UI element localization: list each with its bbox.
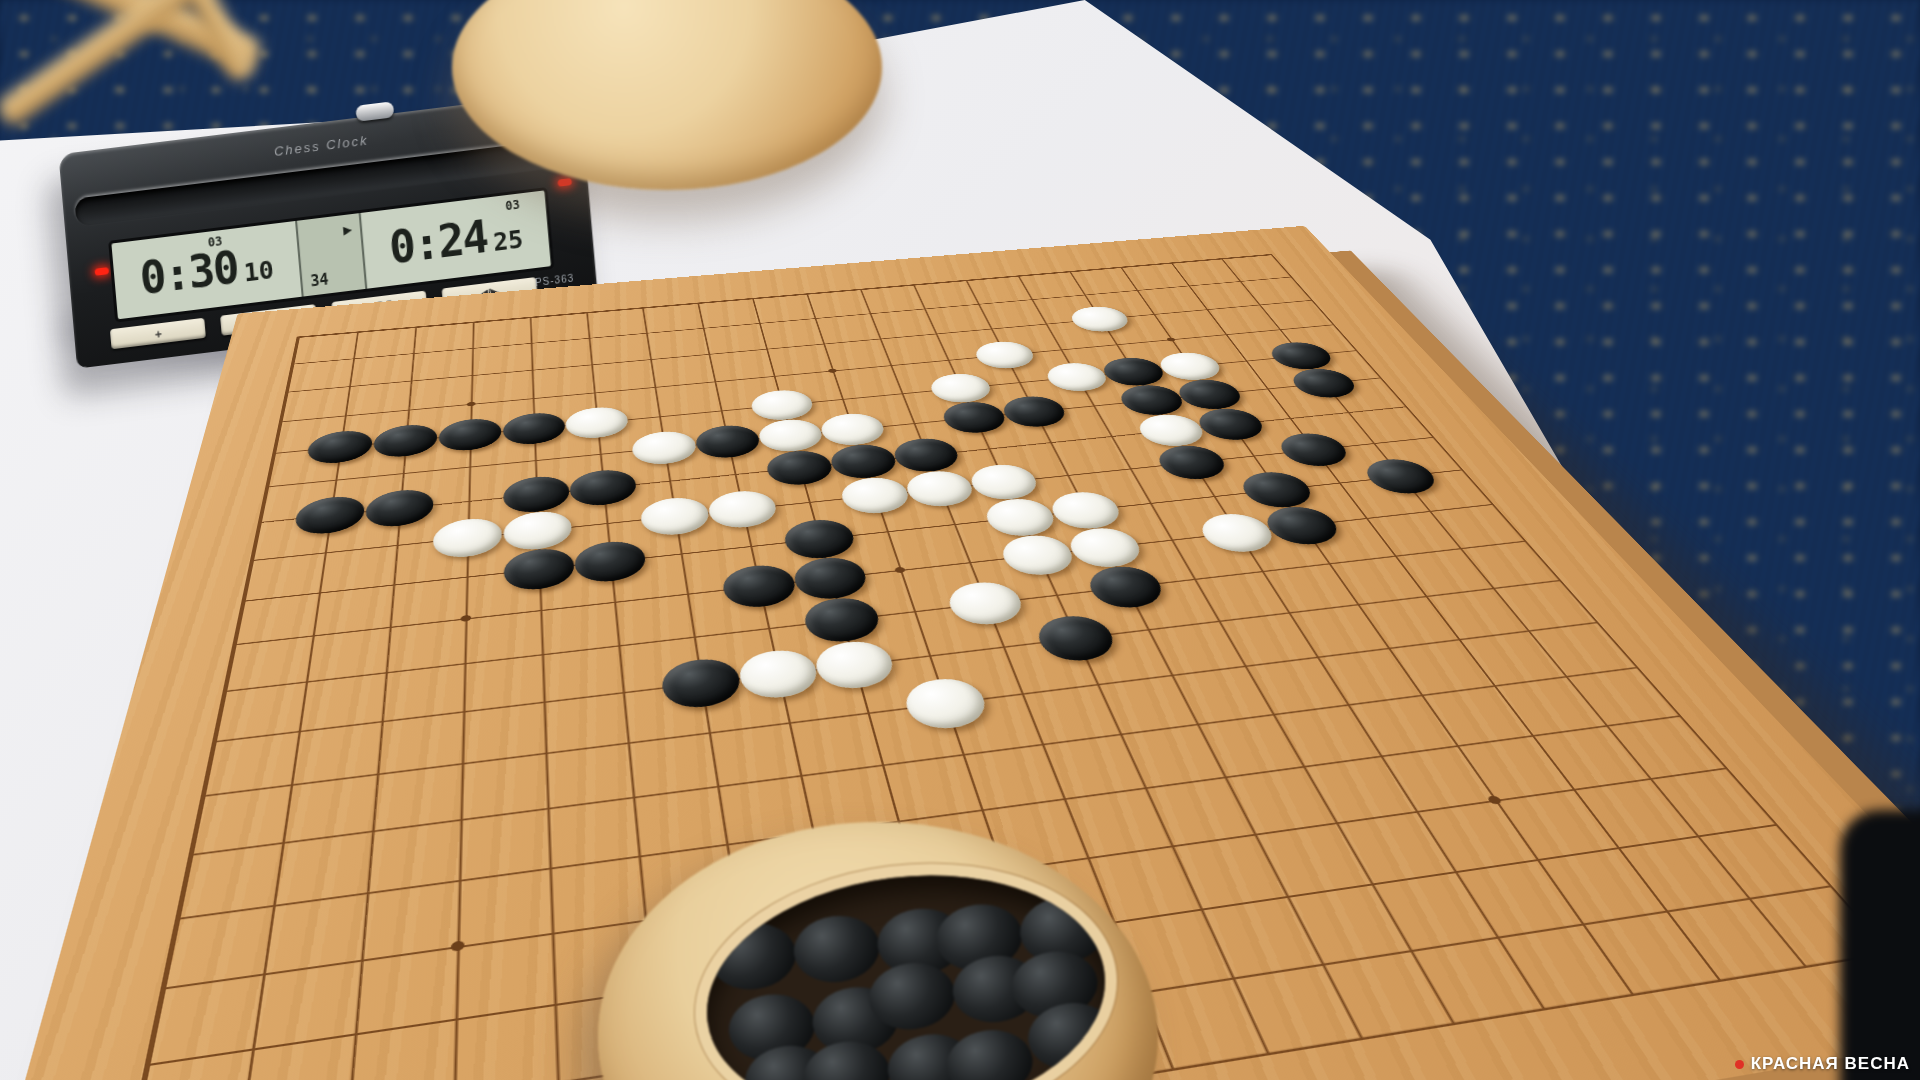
black-stone [372, 422, 438, 459]
black-stone [694, 423, 763, 460]
black-stone [889, 436, 963, 474]
white-stone [736, 647, 821, 702]
black-stone [438, 416, 502, 453]
right-time: 0:24 [387, 210, 489, 273]
black-bowl-opening [693, 854, 1119, 1080]
left-player-time-zone: 03 0:30 10 [111, 221, 301, 319]
white-stone [926, 371, 996, 405]
hoshi-point [1166, 337, 1176, 341]
move-counter: 34 [310, 270, 330, 290]
left-periods: 10 [243, 255, 275, 288]
hoshi-point [828, 368, 838, 373]
black-stone [1192, 406, 1271, 442]
white-stone [837, 475, 913, 516]
black-stone [1114, 383, 1190, 417]
white-stone [1045, 489, 1127, 531]
white-stone [1066, 305, 1135, 334]
hoshi-point [1487, 795, 1504, 805]
watermark-text: КРАСНАЯ ВЕСНА [1751, 1054, 1910, 1074]
black-stone [1152, 443, 1233, 482]
black-stone [364, 487, 435, 529]
clock-button[interactable]: ＋ [110, 318, 206, 350]
white-stone [900, 675, 992, 733]
dark-blurred-object [1840, 810, 1920, 1080]
black-stone-in-bowl [943, 1025, 1036, 1080]
black-stone [503, 474, 570, 515]
white-stone [631, 429, 699, 467]
white-stone [565, 405, 629, 441]
black-stone [764, 448, 836, 487]
black-stone [1082, 563, 1171, 611]
white-stone [706, 488, 779, 530]
black-stone [790, 555, 870, 602]
white-stone [1041, 361, 1113, 394]
black-stone [1097, 355, 1170, 387]
white-stone [432, 516, 502, 560]
watermark-red-dot-icon [1735, 1060, 1744, 1069]
black-stone [801, 595, 884, 646]
black-stone [1357, 457, 1444, 497]
black-stone [998, 394, 1072, 429]
white-stone [902, 468, 979, 509]
left-time: 0:30 [138, 241, 240, 304]
black-stone [1285, 367, 1363, 400]
watermark: КРАСНАЯ ВЕСНА [1735, 1054, 1910, 1074]
white-stone [503, 509, 573, 553]
black-stone [569, 468, 638, 509]
black-stone [503, 411, 566, 447]
hoshi-point [450, 941, 464, 953]
black-stone [574, 539, 647, 585]
white-stone [996, 532, 1080, 578]
black-stone [938, 400, 1011, 436]
black-stone [1031, 612, 1122, 664]
white-stone [817, 411, 888, 447]
black-stone [503, 546, 575, 593]
right-player-time-zone: 03 0:24 25 [361, 190, 551, 288]
hoshi-point [460, 615, 471, 622]
turn-indicator-icon: ▶ [342, 220, 353, 239]
black-stone [1234, 469, 1319, 510]
black-stone [293, 494, 367, 537]
black-stone [827, 442, 900, 481]
white-stone [1153, 350, 1227, 382]
move-counter-zone: ▶ 34 [295, 213, 367, 297]
black-stone [660, 655, 743, 711]
black-stone [1172, 378, 1248, 412]
right-red-led [558, 178, 573, 187]
white-stone [943, 579, 1029, 628]
black-stone [305, 428, 374, 466]
black-stone-in-bowl [706, 918, 799, 994]
right-periods: 25 [492, 224, 524, 257]
white-stone [1063, 525, 1148, 570]
black-stone [1272, 431, 1355, 469]
white-stone [756, 417, 826, 454]
white-stone [970, 339, 1039, 370]
hoshi-point [894, 567, 906, 574]
clock-rocker-knob[interactable] [355, 101, 394, 122]
black-stone-in-bowl [790, 911, 883, 987]
hoshi-point [466, 401, 475, 406]
white-stone [811, 638, 898, 693]
white-stone [639, 495, 711, 538]
black-stone [1258, 504, 1347, 547]
white-stone [980, 496, 1061, 539]
black-stone [781, 517, 858, 561]
left-red-led [95, 267, 110, 276]
black-stone [720, 562, 799, 610]
right-period-flag: 03 [505, 198, 521, 214]
left-period-flag: 03 [207, 234, 223, 250]
white-stone [748, 388, 816, 423]
black-stone [1264, 340, 1340, 371]
scene: Chess Clock 03 0:30 10 ▶ 34 03 0:24 25 ＋… [0, 0, 1920, 1080]
white-stone [965, 462, 1043, 502]
